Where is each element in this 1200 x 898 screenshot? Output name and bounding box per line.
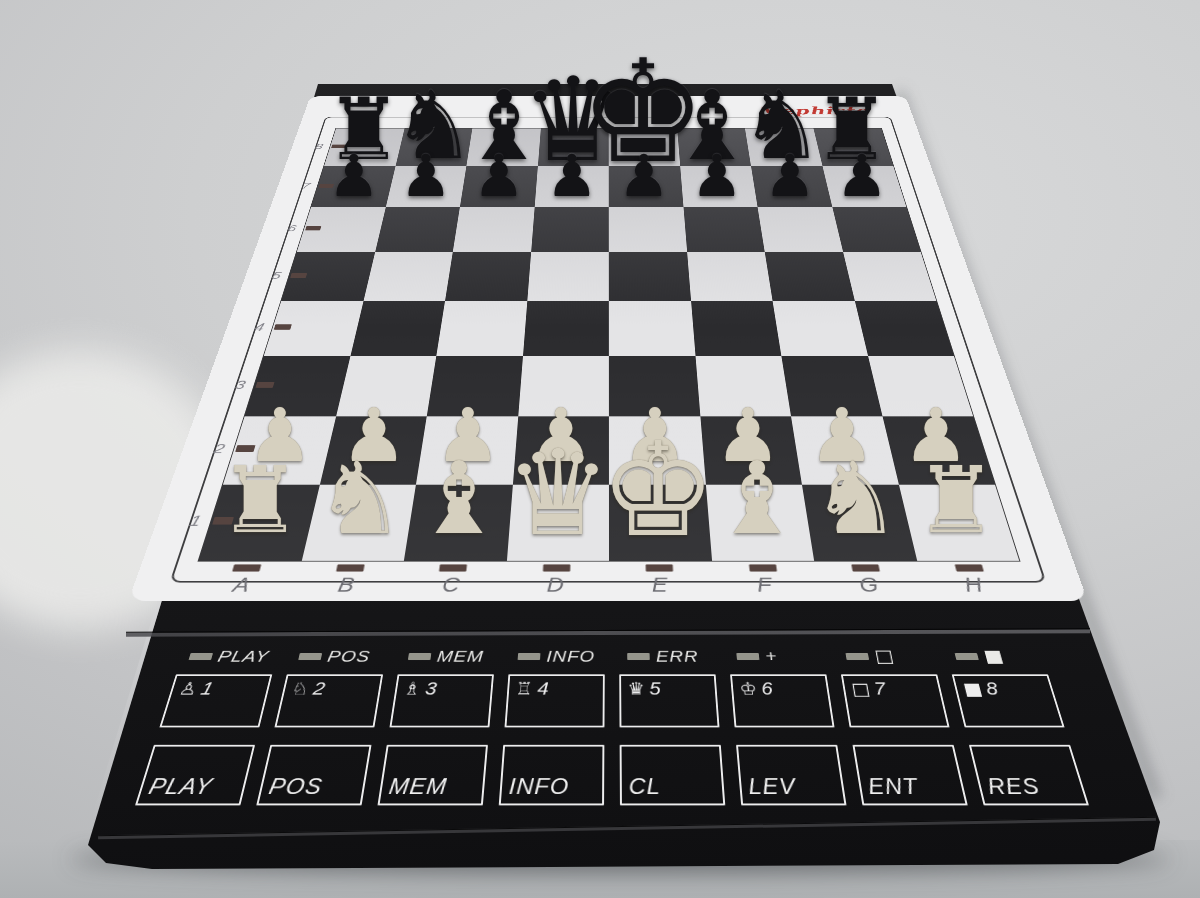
- button-cl[interactable]: CL: [620, 745, 726, 806]
- led-label-plus: +: [764, 647, 778, 666]
- button-digit-2: 2: [311, 678, 326, 698]
- file-sensor-a: [232, 564, 261, 571]
- square-e6[interactable]: [609, 207, 687, 252]
- square-d5[interactable]: [527, 252, 609, 301]
- button-label-pos: POS: [266, 774, 324, 800]
- filled-square-8-icon: ■: [961, 679, 984, 699]
- led-group-pos: POS: [289, 647, 388, 666]
- led-info-indicator: [518, 653, 541, 660]
- square-h4[interactable]: [854, 301, 953, 356]
- led-err-indicator: [627, 653, 650, 660]
- file-label-b: B: [336, 574, 357, 596]
- square-f2[interactable]: [700, 416, 802, 484]
- square-b3[interactable]: [336, 356, 437, 417]
- knight-2-icon: ♘: [289, 679, 311, 699]
- board-grid: [197, 128, 1020, 561]
- square-d8[interactable]: [538, 128, 609, 165]
- square-g6[interactable]: [758, 207, 843, 252]
- button-king-6[interactable]: ♔6: [730, 674, 834, 727]
- button-label-play: PLAY: [146, 774, 216, 800]
- file-sensor-h: [954, 564, 983, 571]
- square-e7[interactable]: [609, 166, 683, 207]
- square-f1[interactable]: [705, 484, 814, 560]
- square-c5[interactable]: [445, 252, 531, 301]
- pawn-1-icon: ♙: [177, 679, 200, 699]
- button-info[interactable]: INFO: [499, 745, 605, 806]
- square-e8[interactable]: [609, 128, 680, 165]
- square-c6[interactable]: [453, 207, 535, 252]
- file-label-c: C: [441, 574, 462, 596]
- square-e4[interactable]: [609, 301, 695, 356]
- button-open-square-7[interactable]: □7: [841, 674, 950, 727]
- button-pawn-1[interactable]: ♙1: [159, 674, 272, 727]
- led-label-filled-square: ■: [982, 648, 1006, 665]
- square-e2[interactable]: [609, 416, 706, 484]
- button-digit-1: 1: [199, 678, 216, 698]
- square-g3[interactable]: [781, 356, 882, 417]
- square-b7[interactable]: [386, 166, 467, 207]
- square-g7[interactable]: [751, 166, 832, 207]
- led-label-info: INFO: [546, 647, 595, 666]
- square-c8[interactable]: [466, 128, 540, 165]
- open-square-7-icon: □: [850, 679, 872, 699]
- square-g4[interactable]: [773, 301, 868, 356]
- square-d3[interactable]: [518, 356, 609, 417]
- square-d1[interactable]: [506, 484, 609, 560]
- led-label-open-square: □: [873, 648, 896, 665]
- led-group-plus: +: [728, 647, 825, 666]
- button-filled-square-8[interactable]: ■8: [952, 674, 1065, 727]
- file-sensor-b: [336, 564, 365, 571]
- rank-sensor-8: [331, 145, 346, 149]
- led-filled-square-indicator: [955, 653, 979, 660]
- button-label-mem: MEM: [387, 774, 448, 800]
- rook-4-icon: ♖: [515, 679, 534, 699]
- led-label-pos: POS: [326, 647, 372, 666]
- square-h8[interactable]: [813, 128, 893, 165]
- button-play[interactable]: PLAY: [135, 745, 255, 806]
- square-c4[interactable]: [436, 301, 527, 356]
- button-label-ent: ENT: [866, 774, 921, 800]
- king-6-icon: ♔: [739, 679, 758, 699]
- square-h6[interactable]: [832, 207, 921, 252]
- button-digit-4: 4: [537, 678, 549, 698]
- button-rook-4[interactable]: ♖4: [505, 674, 605, 727]
- square-d7[interactable]: [534, 166, 608, 207]
- square-d2[interactable]: [512, 416, 608, 484]
- square-f3[interactable]: [695, 356, 791, 417]
- led-label-mem: MEM: [436, 647, 485, 666]
- file-label-e: E: [652, 574, 670, 596]
- square-b4[interactable]: [350, 301, 445, 356]
- button-bishop-3[interactable]: ♗3: [389, 674, 493, 727]
- led-label-play: PLAY: [216, 647, 271, 666]
- square-h3[interactable]: [868, 356, 974, 417]
- button-res[interactable]: RES: [969, 745, 1089, 806]
- led-mem-indicator: [408, 653, 431, 660]
- square-b6[interactable]: [375, 207, 460, 252]
- mephisto-logo: Mephisto: [715, 105, 913, 117]
- led-pos-indicator: [298, 653, 322, 660]
- square-e5[interactable]: [609, 252, 691, 301]
- queen-5-icon: ♛: [627, 679, 645, 699]
- square-h7[interactable]: [822, 166, 906, 207]
- rank-sensor-5: [290, 273, 307, 278]
- square-e1[interactable]: [609, 484, 712, 560]
- piece-button-row: ♙1♘2♗3♖4♛5♔6□7■8: [159, 674, 1064, 727]
- led-label-err: ERR: [656, 647, 699, 666]
- led-group-info: INFO: [509, 647, 605, 666]
- rank-sensor-2: [235, 445, 255, 452]
- button-label-cl: CL: [629, 774, 662, 800]
- file-sensor-d: [543, 564, 570, 571]
- square-b8[interactable]: [395, 128, 472, 165]
- button-digit-3: 3: [424, 678, 438, 698]
- bishop-3-icon: ♗: [402, 679, 422, 699]
- square-c2[interactable]: [416, 416, 518, 484]
- led-plus-indicator: [736, 653, 759, 660]
- button-pos[interactable]: POS: [256, 745, 371, 806]
- square-g2[interactable]: [791, 416, 898, 484]
- square-g8[interactable]: [745, 128, 822, 165]
- button-digit-5: 5: [649, 678, 661, 698]
- led-group-err: ERR: [619, 647, 715, 666]
- square-d4[interactable]: [523, 301, 609, 356]
- square-c3[interactable]: [427, 356, 523, 417]
- led-indicator-row: PLAYPOSMEMINFOERR+□■: [179, 647, 1046, 666]
- button-lev[interactable]: LEV: [736, 745, 846, 806]
- square-f4[interactable]: [691, 301, 782, 356]
- rank-sensor-6: [305, 226, 321, 230]
- file-label-d: D: [546, 574, 565, 596]
- button-queen-5[interactable]: ♛5: [619, 674, 719, 727]
- button-label-lev: LEV: [747, 774, 797, 800]
- button-label-info: INFO: [508, 774, 569, 800]
- rank-sensor-1: [212, 517, 234, 524]
- rank-sensor-3: [255, 382, 274, 388]
- square-b5[interactable]: [363, 252, 453, 301]
- led-play-indicator: [189, 653, 214, 660]
- square-f6[interactable]: [683, 207, 765, 252]
- square-d6[interactable]: [531, 207, 609, 252]
- square-h5[interactable]: [843, 252, 937, 301]
- square-c1[interactable]: [404, 484, 513, 560]
- button-mem[interactable]: MEM: [377, 745, 487, 806]
- function-button-row: PLAYPOSMEMINFOCLLEVENTRES: [135, 745, 1089, 806]
- square-f7[interactable]: [680, 166, 758, 207]
- button-digit-6: 6: [760, 678, 773, 698]
- rank-sensor-7: [319, 184, 334, 188]
- control-panel: PLAYPOSMEMINFOERR+□■ ♙1♘2♗3♖4♛5♔6□7■8 PL…: [107, 643, 1117, 815]
- led-group-filled-square: ■: [945, 647, 1045, 666]
- led-group-play: PLAY: [179, 647, 279, 666]
- led-group-open-square: □: [836, 647, 935, 666]
- file-sensor-c: [439, 564, 467, 571]
- file-sensor-e: [646, 564, 673, 571]
- led-group-mem: MEM: [399, 647, 496, 666]
- button-label-res: RES: [985, 774, 1043, 800]
- square-f5[interactable]: [687, 252, 773, 301]
- square-b2[interactable]: [320, 416, 427, 484]
- file-sensor-f: [749, 564, 777, 571]
- square-g5[interactable]: [765, 252, 855, 301]
- file-label-f: F: [756, 574, 774, 596]
- rank-sensor-4: [274, 324, 292, 329]
- file-sensor-g: [852, 564, 881, 571]
- led-open-square-indicator: [845, 653, 869, 660]
- button-ent[interactable]: ENT: [852, 745, 967, 806]
- square-c7[interactable]: [460, 166, 538, 207]
- square-b1[interactable]: [301, 484, 416, 560]
- square-e3[interactable]: [609, 356, 700, 417]
- button-digit-8: 8: [984, 678, 1001, 698]
- square-f8[interactable]: [677, 128, 751, 165]
- square-g1[interactable]: [802, 484, 917, 560]
- button-digit-7: 7: [872, 678, 887, 698]
- button-knight-2[interactable]: ♘2: [274, 674, 383, 727]
